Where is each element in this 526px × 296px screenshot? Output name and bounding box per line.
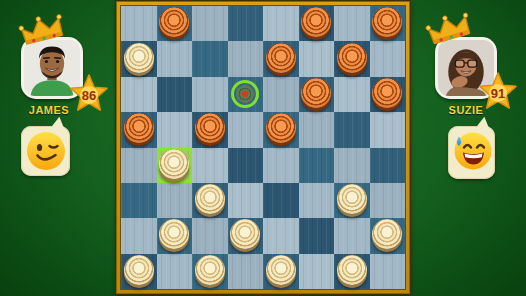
square-b4[interactable] xyxy=(157,148,193,183)
square-e6[interactable] xyxy=(263,77,299,112)
square-d2[interactable] xyxy=(228,218,264,253)
square-g2[interactable] xyxy=(334,218,370,253)
white-piece[interactable] xyxy=(230,219,260,249)
player-right-score-star: 91 xyxy=(479,72,517,110)
square-e4[interactable] xyxy=(263,148,299,183)
square-c3[interactable] xyxy=(192,183,228,218)
orange-piece[interactable] xyxy=(266,113,296,143)
square-d8[interactable] xyxy=(228,6,264,41)
orange-piece[interactable] xyxy=(159,7,189,37)
player-right-score: 91 xyxy=(491,86,505,101)
square-a7[interactable] xyxy=(121,41,157,76)
white-piece[interactable] xyxy=(372,219,402,249)
square-b1[interactable] xyxy=(157,254,193,289)
orange-piece[interactable] xyxy=(372,7,402,37)
orange-piece[interactable] xyxy=(337,43,367,73)
orange-piece[interactable] xyxy=(301,78,331,108)
player-left-emote-bubble[interactable] xyxy=(21,126,70,176)
orange-piece[interactable] xyxy=(124,113,154,143)
orange-piece[interactable] xyxy=(372,78,402,108)
square-h2[interactable] xyxy=(370,218,406,253)
square-h5[interactable] xyxy=(370,112,406,147)
square-c6[interactable] xyxy=(192,77,228,112)
square-c4[interactable] xyxy=(192,148,228,183)
square-h1[interactable] xyxy=(370,254,406,289)
square-c5[interactable] xyxy=(192,112,228,147)
square-a8[interactable] xyxy=(121,6,157,41)
square-c7[interactable] xyxy=(192,41,228,76)
square-e3[interactable] xyxy=(263,183,299,218)
square-f1[interactable] xyxy=(299,254,335,289)
square-h8[interactable] xyxy=(370,6,406,41)
player-left-score: 86 xyxy=(82,88,96,103)
square-b5[interactable] xyxy=(157,112,193,147)
white-piece[interactable] xyxy=(195,255,225,285)
sweat-smile-emoji-icon xyxy=(452,131,492,171)
square-g7[interactable] xyxy=(334,41,370,76)
square-d4[interactable] xyxy=(228,148,264,183)
white-piece[interactable] xyxy=(195,184,225,214)
white-piece[interactable] xyxy=(124,43,154,73)
square-e7[interactable] xyxy=(263,41,299,76)
square-b7[interactable] xyxy=(157,41,193,76)
square-a3[interactable] xyxy=(121,183,157,218)
square-g8[interactable] xyxy=(334,6,370,41)
orange-piece[interactable] xyxy=(266,43,296,73)
square-a2[interactable] xyxy=(121,218,157,253)
square-e5[interactable] xyxy=(263,112,299,147)
square-a6[interactable] xyxy=(121,77,157,112)
game-background: { "game": "checkers", "scene": "online c… xyxy=(0,0,526,296)
square-d5[interactable] xyxy=(228,112,264,147)
square-f4[interactable] xyxy=(299,148,335,183)
square-a4[interactable] xyxy=(121,148,157,183)
orange-piece[interactable] xyxy=(195,113,225,143)
white-piece[interactable] xyxy=(337,255,367,285)
move-target-indicator[interactable] xyxy=(231,80,259,108)
board-grid xyxy=(121,6,405,289)
square-h4[interactable] xyxy=(370,148,406,183)
player-right-emote-bubble[interactable] xyxy=(448,126,495,179)
white-piece[interactable] xyxy=(266,255,296,285)
square-b6[interactable] xyxy=(157,77,193,112)
square-e2[interactable] xyxy=(263,218,299,253)
square-d7[interactable] xyxy=(228,41,264,76)
white-piece[interactable] xyxy=(159,149,189,179)
square-a1[interactable] xyxy=(121,254,157,289)
square-d1[interactable] xyxy=(228,254,264,289)
square-f8[interactable] xyxy=(299,6,335,41)
square-c1[interactable] xyxy=(192,254,228,289)
player-left-score-star: 86 xyxy=(70,74,108,112)
orange-piece[interactable] xyxy=(301,7,331,37)
square-h7[interactable] xyxy=(370,41,406,76)
square-b3[interactable] xyxy=(157,183,193,218)
square-g1[interactable] xyxy=(334,254,370,289)
white-piece[interactable] xyxy=(159,219,189,249)
square-f5[interactable] xyxy=(299,112,335,147)
square-g4[interactable] xyxy=(334,148,370,183)
square-d6[interactable] xyxy=(228,77,264,112)
square-c8[interactable] xyxy=(192,6,228,41)
wink-emoji-icon xyxy=(26,131,66,171)
square-e8[interactable] xyxy=(263,6,299,41)
square-b8[interactable] xyxy=(157,6,193,41)
square-f3[interactable] xyxy=(299,183,335,218)
square-c2[interactable] xyxy=(192,218,228,253)
white-piece[interactable] xyxy=(124,255,154,285)
square-f2[interactable] xyxy=(299,218,335,253)
square-h6[interactable] xyxy=(370,77,406,112)
square-f6[interactable] xyxy=(299,77,335,112)
square-a5[interactable] xyxy=(121,112,157,147)
square-g3[interactable] xyxy=(334,183,370,218)
square-d3[interactable] xyxy=(228,183,264,218)
checkers-board xyxy=(116,1,410,294)
white-piece[interactable] xyxy=(337,184,367,214)
square-b2[interactable] xyxy=(157,218,193,253)
square-h3[interactable] xyxy=(370,183,406,218)
square-e1[interactable] xyxy=(263,254,299,289)
square-f7[interactable] xyxy=(299,41,335,76)
square-g5[interactable] xyxy=(334,112,370,147)
square-g6[interactable] xyxy=(334,77,370,112)
